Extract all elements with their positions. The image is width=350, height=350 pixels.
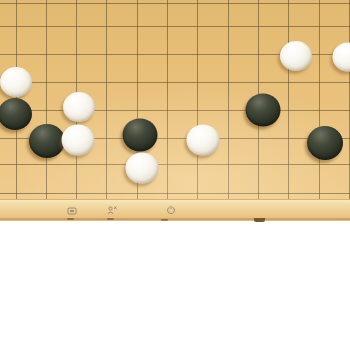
grid-h-line xyxy=(0,26,350,27)
edge-seam-dash xyxy=(161,219,168,221)
board-front-edge xyxy=(0,199,350,218)
grid-h-line xyxy=(0,82,350,83)
grid-h-line xyxy=(0,164,350,165)
grid-v-line xyxy=(167,0,168,199)
black-stone[interactable] xyxy=(307,126,343,160)
go-board-surface[interactable] xyxy=(0,0,350,199)
grid-v-line xyxy=(46,0,47,199)
white-stone[interactable] xyxy=(280,41,312,71)
black-stone[interactable] xyxy=(123,119,158,152)
user-icon[interactable] xyxy=(107,206,118,215)
grid-h-line xyxy=(0,110,350,111)
white-stone[interactable] xyxy=(0,67,32,97)
white-stone[interactable] xyxy=(63,92,95,122)
grid-v-line xyxy=(197,0,198,199)
grid-v-line xyxy=(228,0,229,199)
grid-v-line xyxy=(319,0,320,199)
edge-seam-dash xyxy=(107,218,114,220)
grid-h-line xyxy=(0,3,350,4)
black-stone[interactable] xyxy=(246,94,281,127)
white-stone[interactable] xyxy=(187,125,220,156)
grid-v-line xyxy=(106,0,107,199)
edge-seam-dash xyxy=(67,218,74,220)
screen-icon[interactable] xyxy=(67,207,77,215)
grid-h-line xyxy=(0,193,350,194)
white-stone[interactable] xyxy=(126,153,159,184)
board-foot-notch xyxy=(254,218,265,222)
grid-v-line xyxy=(288,0,289,199)
black-stone[interactable] xyxy=(29,124,65,158)
power-icon[interactable] xyxy=(167,206,176,215)
white-stone[interactable] xyxy=(62,125,95,156)
screenshot-root xyxy=(0,0,350,350)
board-bottom-rim xyxy=(0,218,350,221)
